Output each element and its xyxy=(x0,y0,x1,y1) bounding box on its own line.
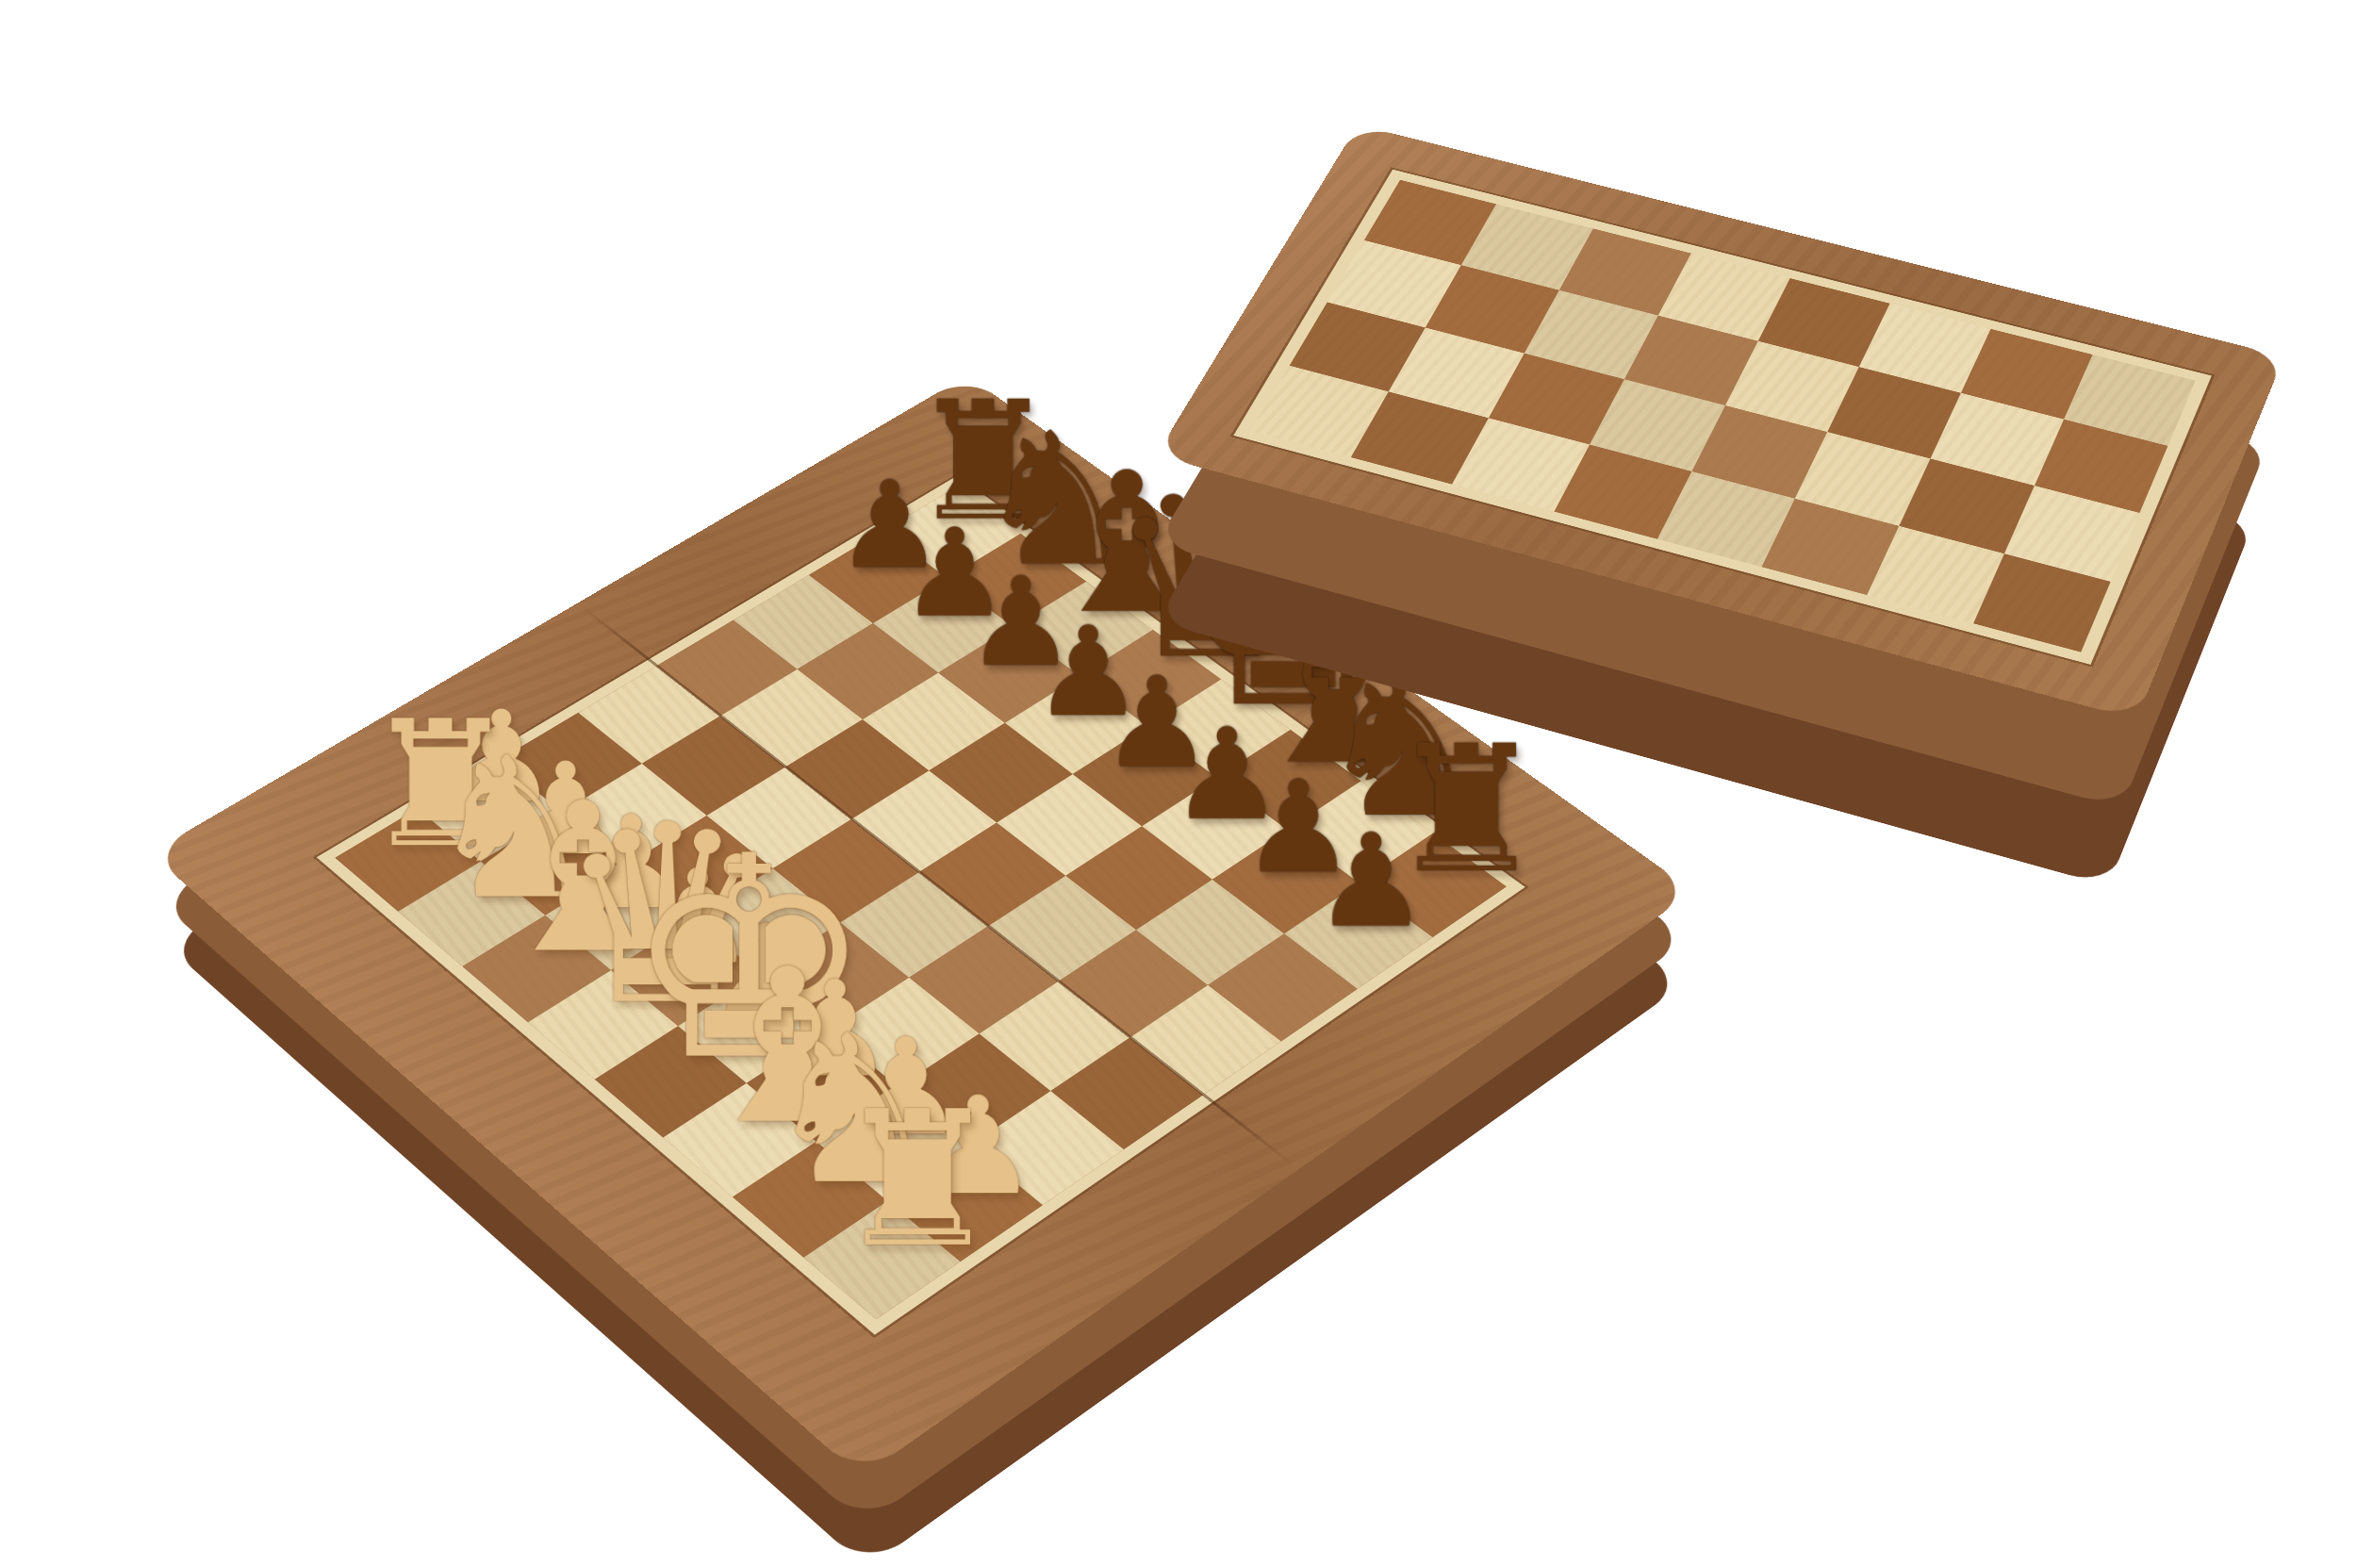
piece-white-rook-h1[interactable]: ♜ xyxy=(833,1094,945,1265)
closed-chess-box xyxy=(1156,124,2284,719)
piece-black-pawn-h7[interactable]: ♟ xyxy=(1313,822,1418,941)
product-photo-scene: ♜♟♟♜♞♟♟♞♝♟♟♝♛♟♟♛♚♟♟♚♝♟♟♝♞♟♟♞♜♟♟♜ xyxy=(0,0,2357,1568)
